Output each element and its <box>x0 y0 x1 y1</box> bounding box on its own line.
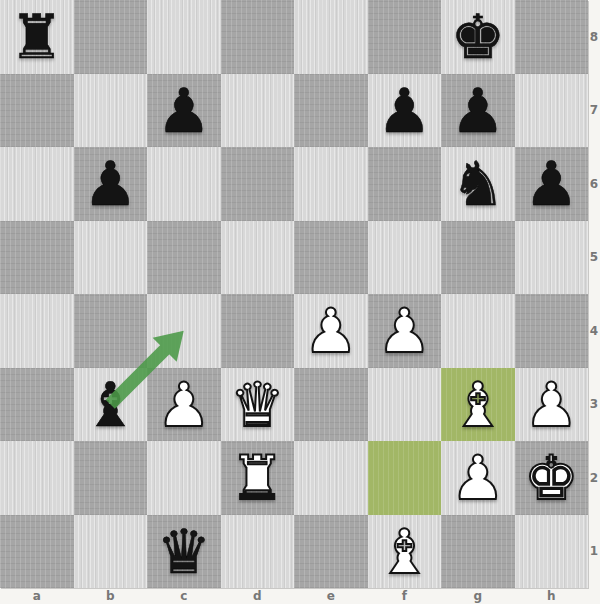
white-pawn[interactable]: ♟ <box>524 374 579 435</box>
square-c6[interactable] <box>147 147 221 221</box>
black-queen[interactable]: ♛ <box>156 521 211 582</box>
square-a6[interactable] <box>0 147 74 221</box>
square-c5[interactable] <box>147 221 221 295</box>
file-label-e: e <box>294 588 368 604</box>
square-h5[interactable] <box>515 221 589 295</box>
file-label-d: d <box>221 588 295 604</box>
square-g4[interactable] <box>441 294 515 368</box>
square-f2[interactable] <box>368 441 442 515</box>
white-bishop[interactable]: ♝ <box>450 374 505 435</box>
black-pawn[interactable]: ♟ <box>83 153 138 214</box>
white-pawn[interactable]: ♟ <box>156 374 211 435</box>
square-e1[interactable] <box>294 515 368 589</box>
square-g1[interactable] <box>441 515 515 589</box>
black-pawn[interactable]: ♟ <box>156 80 211 141</box>
white-king[interactable]: ♚ <box>524 447 579 508</box>
file-label-a: a <box>0 588 74 604</box>
square-g7[interactable]: ♟ <box>441 74 515 148</box>
square-a2[interactable] <box>0 441 74 515</box>
rank-label-4: 4 <box>588 294 600 368</box>
square-b1[interactable] <box>74 515 148 589</box>
square-b8[interactable] <box>74 0 148 74</box>
square-c1[interactable]: ♛ <box>147 515 221 589</box>
black-king[interactable]: ♚ <box>450 6 505 67</box>
square-f7[interactable]: ♟ <box>368 74 442 148</box>
square-c3[interactable]: ♟ <box>147 368 221 442</box>
file-label-g: g <box>441 588 515 604</box>
square-d3[interactable]: ♛ <box>221 368 295 442</box>
square-e3[interactable] <box>294 368 368 442</box>
square-f8[interactable] <box>368 0 442 74</box>
square-a5[interactable] <box>0 221 74 295</box>
square-h8[interactable] <box>515 0 589 74</box>
square-a4[interactable] <box>0 294 74 368</box>
square-h1[interactable] <box>515 515 589 589</box>
square-d6[interactable] <box>221 147 295 221</box>
square-d7[interactable] <box>221 74 295 148</box>
file-label-c: c <box>147 588 221 604</box>
square-a7[interactable] <box>0 74 74 148</box>
square-d8[interactable] <box>221 0 295 74</box>
square-b4[interactable] <box>74 294 148 368</box>
square-b6[interactable]: ♟ <box>74 147 148 221</box>
white-pawn[interactable]: ♟ <box>303 300 358 361</box>
white-pawn[interactable]: ♟ <box>450 447 505 508</box>
square-f3[interactable] <box>368 368 442 442</box>
rank-label-8: 8 <box>588 0 600 74</box>
file-label-b: b <box>74 588 148 604</box>
square-e6[interactable] <box>294 147 368 221</box>
chessboard-app: ♜♚♟♟♟♟♞♟♟♟♝♟♛♝♟♜♟♚♛♝ 87654321 abcdefgh <box>0 0 600 604</box>
rank-coordinates: 87654321 <box>588 0 600 588</box>
file-label-f: f <box>368 588 442 604</box>
file-coordinates: abcdefgh <box>0 588 588 604</box>
square-c8[interactable] <box>147 0 221 74</box>
square-c4[interactable] <box>147 294 221 368</box>
rank-label-2: 2 <box>588 441 600 515</box>
square-d2[interactable]: ♜ <box>221 441 295 515</box>
square-e5[interactable] <box>294 221 368 295</box>
square-e8[interactable] <box>294 0 368 74</box>
square-g2[interactable]: ♟ <box>441 441 515 515</box>
square-f5[interactable] <box>368 221 442 295</box>
square-h3[interactable]: ♟ <box>515 368 589 442</box>
board: ♜♚♟♟♟♟♞♟♟♟♝♟♛♝♟♜♟♚♛♝ <box>0 0 588 588</box>
square-a1[interactable] <box>0 515 74 589</box>
black-bishop[interactable]: ♝ <box>83 374 138 435</box>
square-g6[interactable]: ♞ <box>441 147 515 221</box>
square-g8[interactable]: ♚ <box>441 0 515 74</box>
white-rook[interactable]: ♜ <box>230 447 285 508</box>
square-d5[interactable] <box>221 221 295 295</box>
black-pawn[interactable]: ♟ <box>524 153 579 214</box>
square-f1[interactable]: ♝ <box>368 515 442 589</box>
square-b2[interactable] <box>74 441 148 515</box>
square-c7[interactable]: ♟ <box>147 74 221 148</box>
rank-label-7: 7 <box>588 74 600 148</box>
square-h2[interactable]: ♚ <box>515 441 589 515</box>
square-b3[interactable]: ♝ <box>74 368 148 442</box>
square-d1[interactable] <box>221 515 295 589</box>
square-h4[interactable] <box>515 294 589 368</box>
square-b7[interactable] <box>74 74 148 148</box>
rank-label-1: 1 <box>588 515 600 589</box>
white-pawn[interactable]: ♟ <box>377 300 432 361</box>
square-d4[interactable] <box>221 294 295 368</box>
square-g3[interactable]: ♝ <box>441 368 515 442</box>
rank-label-3: 3 <box>588 368 600 442</box>
black-knight[interactable]: ♞ <box>450 153 505 214</box>
square-h6[interactable]: ♟ <box>515 147 589 221</box>
square-f6[interactable] <box>368 147 442 221</box>
file-label-h: h <box>515 588 589 604</box>
white-queen[interactable]: ♛ <box>230 374 285 435</box>
square-b5[interactable] <box>74 221 148 295</box>
square-e2[interactable] <box>294 441 368 515</box>
square-f4[interactable]: ♟ <box>368 294 442 368</box>
square-e4[interactable]: ♟ <box>294 294 368 368</box>
black-pawn[interactable]: ♟ <box>450 80 505 141</box>
rank-label-6: 6 <box>588 147 600 221</box>
square-a3[interactable] <box>0 368 74 442</box>
black-pawn[interactable]: ♟ <box>377 80 432 141</box>
square-g5[interactable] <box>441 221 515 295</box>
rank-label-5: 5 <box>588 221 600 295</box>
square-a8[interactable]: ♜ <box>0 0 74 74</box>
square-h7[interactable] <box>515 74 589 148</box>
white-bishop[interactable]: ♝ <box>377 521 432 582</box>
black-rook[interactable]: ♜ <box>9 6 64 67</box>
square-e7[interactable] <box>294 74 368 148</box>
square-c2[interactable] <box>147 441 221 515</box>
